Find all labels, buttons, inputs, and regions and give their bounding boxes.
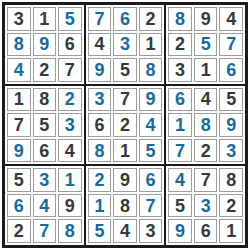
cell-r9c1[interactable]: 2 [7,219,31,243]
box-6: 645189723 [165,85,246,166]
cell-r5c4[interactable]: 6 [88,113,112,137]
cell-r9c3[interactable]: 8 [58,219,82,243]
box-8: 296187543 [85,165,166,246]
cell-r9c5[interactable]: 4 [113,219,137,243]
cell-r3c1[interactable]: 4 [7,58,31,82]
cell-r8c3[interactable]: 9 [58,194,82,218]
box-2: 762431958 [85,4,166,85]
box-4: 182753964 [4,85,85,166]
cell-r2c1[interactable]: 8 [7,33,31,57]
cell-r5c1[interactable]: 7 [7,113,31,137]
cell-r2c7[interactable]: 2 [168,33,192,57]
box-3: 894257316 [165,4,246,85]
cell-r1c5[interactable]: 6 [113,7,137,31]
cell-r5c5[interactable]: 2 [113,113,137,137]
cell-r8c2[interactable]: 4 [33,194,57,218]
cell-r2c8[interactable]: 5 [194,33,218,57]
cell-r9c7[interactable]: 9 [168,219,192,243]
cell-r2c4[interactable]: 4 [88,33,112,57]
cell-r7c1[interactable]: 5 [7,168,31,192]
cell-r9c8[interactable]: 6 [194,219,218,243]
cell-r4c4[interactable]: 3 [88,88,112,112]
cell-r6c2[interactable]: 6 [33,139,57,163]
cell-r3c7[interactable]: 3 [168,58,192,82]
cell-r8c7[interactable]: 5 [168,194,192,218]
cell-r1c1[interactable]: 3 [7,7,31,31]
cell-r6c3[interactable]: 4 [58,139,82,163]
cell-r2c6[interactable]: 1 [139,33,163,57]
cell-r2c3[interactable]: 6 [58,33,82,57]
cell-r5c2[interactable]: 5 [33,113,57,137]
cell-r3c6[interactable]: 8 [139,58,163,82]
cell-r1c6[interactable]: 2 [139,7,163,31]
cell-r6c5[interactable]: 1 [113,139,137,163]
cell-r3c5[interactable]: 5 [113,58,137,82]
cell-r4c6[interactable]: 9 [139,88,163,112]
cell-r1c8[interactable]: 9 [194,7,218,31]
cell-r8c6[interactable]: 7 [139,194,163,218]
box-7: 531649278 [4,165,85,246]
sudoku-board-wrap: 3158964277624319588942573161827539643796… [0,0,250,250]
cell-r7c3[interactable]: 1 [58,168,82,192]
sudoku-board: 3158964277624319588942573161827539643796… [2,2,248,248]
cell-r7c5[interactable]: 9 [113,168,137,192]
cell-r1c3[interactable]: 5 [58,7,82,31]
cell-r2c5[interactable]: 3 [113,33,137,57]
cell-r7c6[interactable]: 6 [139,168,163,192]
cell-r8c4[interactable]: 1 [88,194,112,218]
cell-r1c9[interactable]: 4 [219,7,243,31]
cell-r4c5[interactable]: 7 [113,88,137,112]
cell-r8c9[interactable]: 2 [219,194,243,218]
cell-r4c8[interactable]: 4 [194,88,218,112]
cell-r7c9[interactable]: 8 [219,168,243,192]
cell-r2c2[interactable]: 9 [33,33,57,57]
cell-r8c5[interactable]: 8 [113,194,137,218]
cell-r7c2[interactable]: 3 [33,168,57,192]
cell-r3c3[interactable]: 7 [58,58,82,82]
cell-r5c9[interactable]: 9 [219,113,243,137]
cell-r2c9[interactable]: 7 [219,33,243,57]
cell-r3c9[interactable]: 6 [219,58,243,82]
cell-r7c7[interactable]: 4 [168,168,192,192]
cell-r5c8[interactable]: 8 [194,113,218,137]
cell-r4c1[interactable]: 1 [7,88,31,112]
cell-r6c4[interactable]: 8 [88,139,112,163]
cell-r1c4[interactable]: 7 [88,7,112,31]
cell-r4c9[interactable]: 5 [219,88,243,112]
cell-r7c8[interactable]: 7 [194,168,218,192]
cell-r3c8[interactable]: 1 [194,58,218,82]
cell-r7c4[interactable]: 2 [88,168,112,192]
cell-r3c4[interactable]: 9 [88,58,112,82]
box-1: 315896427 [4,4,85,85]
cell-r8c1[interactable]: 6 [7,194,31,218]
box-9: 478532961 [165,165,246,246]
cell-r6c9[interactable]: 3 [219,139,243,163]
cell-r1c2[interactable]: 1 [33,7,57,31]
cell-r9c6[interactable]: 3 [139,219,163,243]
cell-r5c3[interactable]: 3 [58,113,82,137]
cell-r4c3[interactable]: 2 [58,88,82,112]
cell-r6c7[interactable]: 7 [168,139,192,163]
cell-r9c2[interactable]: 7 [33,219,57,243]
cell-r6c6[interactable]: 5 [139,139,163,163]
cell-r9c4[interactable]: 5 [88,219,112,243]
box-5: 379624815 [85,85,166,166]
cell-r4c7[interactable]: 6 [168,88,192,112]
cell-r6c8[interactable]: 2 [194,139,218,163]
cell-r3c2[interactable]: 2 [33,58,57,82]
cell-r9c9[interactable]: 1 [219,219,243,243]
cell-r4c2[interactable]: 8 [33,88,57,112]
cell-r1c7[interactable]: 8 [168,7,192,31]
cell-r5c6[interactable]: 4 [139,113,163,137]
cell-r8c8[interactable]: 3 [194,194,218,218]
cell-r5c7[interactable]: 1 [168,113,192,137]
cell-r6c1[interactable]: 9 [7,139,31,163]
